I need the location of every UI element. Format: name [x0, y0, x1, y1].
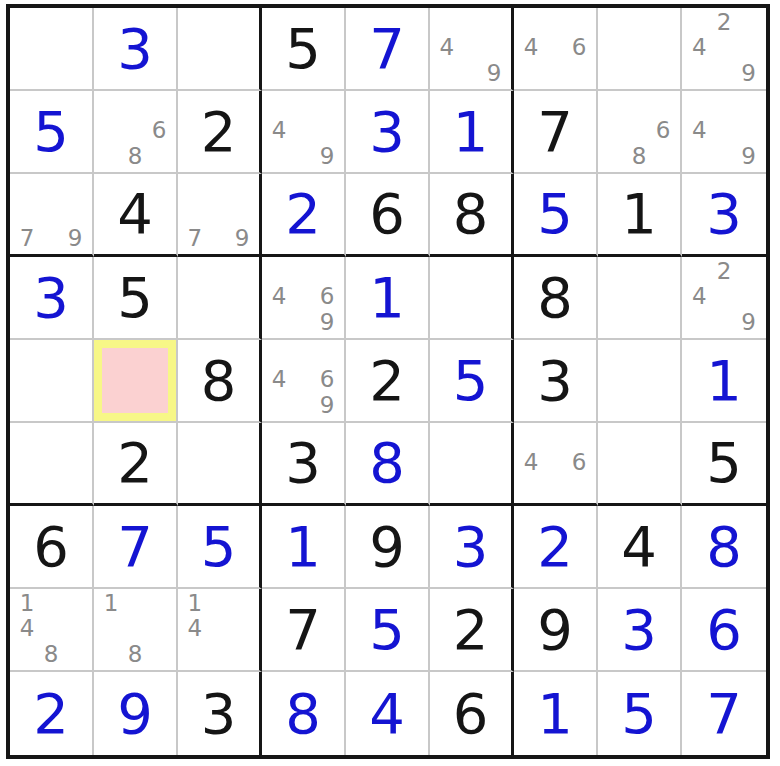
candidate-empty — [39, 201, 63, 226]
cell-r7c4[interactable]: 1 — [262, 506, 346, 589]
cell-r1c5[interactable]: 7 — [346, 8, 430, 91]
cell-r3c6[interactable]: 8 — [430, 174, 514, 257]
candidate-empty — [230, 201, 254, 226]
given-digit: 5 — [285, 21, 321, 77]
given-digit: 5 — [706, 435, 742, 491]
solved-digit: 5 — [621, 686, 657, 742]
candidate-6: 6 — [567, 450, 591, 475]
cell-r5c2[interactable] — [94, 340, 178, 423]
candidate-9: 9 — [736, 144, 761, 169]
candidate-empty — [123, 616, 147, 641]
pencil-marks: 14 — [178, 589, 259, 670]
cell-r6c9[interactable]: 5 — [682, 423, 766, 506]
candidate-empty — [687, 10, 712, 35]
candidate-empty — [291, 118, 315, 143]
candidate-empty — [543, 475, 567, 500]
given-digit: 2 — [117, 435, 153, 491]
solved-digit: 2 — [537, 519, 573, 575]
cell-r7c2[interactable]: 7 — [94, 506, 178, 589]
cell-r7c5[interactable]: 9 — [346, 506, 430, 589]
cell-r7c6[interactable]: 3 — [430, 506, 514, 589]
candidate-empty — [63, 201, 87, 226]
candidate-6: 6 — [567, 35, 591, 60]
cell-r8c7[interactable]: 9 — [514, 589, 598, 672]
candidate-empty — [99, 144, 123, 169]
cell-r6c8[interactable] — [598, 423, 682, 506]
solved-digit: 9 — [117, 686, 153, 742]
candidate-empty — [627, 93, 651, 118]
candidate-empty — [603, 144, 627, 169]
candidate-empty — [207, 591, 231, 616]
cell-r2c4[interactable]: 49 — [262, 91, 346, 174]
candidate-empty — [736, 259, 761, 284]
cell-r9c8[interactable]: 5 — [598, 672, 682, 755]
solved-digit: 8 — [285, 686, 321, 742]
given-digit: 6 — [369, 186, 405, 242]
candidate-empty — [736, 35, 761, 60]
cell-r4c2[interactable]: 5 — [94, 257, 178, 340]
candidate-empty — [39, 616, 63, 641]
pencil-marks: 148 — [10, 589, 92, 670]
candidate-empty — [15, 642, 39, 667]
candidate-empty — [207, 226, 231, 251]
candidate-empty — [267, 259, 291, 284]
candidate-empty — [482, 10, 506, 35]
candidate-empty — [63, 591, 87, 616]
cell-r2c2[interactable]: 68 — [94, 91, 178, 174]
candidate-empty — [567, 10, 591, 35]
cell-r6c4[interactable]: 3 — [262, 423, 346, 506]
candidate-empty — [687, 144, 712, 169]
pencil-marks: 79 — [178, 174, 259, 254]
candidate-empty — [567, 61, 591, 86]
given-digit: 8 — [453, 186, 489, 242]
solved-digit: 7 — [369, 21, 405, 77]
candidate-empty — [315, 118, 339, 143]
cell-r3c4[interactable]: 2 — [262, 174, 346, 257]
candidate-empty — [147, 144, 171, 169]
solved-digit: 3 — [33, 270, 69, 326]
pencil-marks: 18 — [94, 589, 176, 670]
cell-r7c8[interactable]: 4 — [598, 506, 682, 589]
candidate-1: 1 — [183, 591, 207, 616]
candidate-empty — [207, 201, 231, 226]
candidate-empty — [123, 93, 147, 118]
candidate-empty — [183, 201, 207, 226]
cell-r1c2[interactable]: 3 — [94, 8, 178, 91]
pencil-marks: 469 — [262, 257, 344, 338]
candidate-empty — [315, 93, 339, 118]
cell-r2c7[interactable]: 7 — [514, 91, 598, 174]
solved-digit: 6 — [706, 602, 742, 658]
candidate-empty — [712, 144, 737, 169]
given-digit: 2 — [201, 104, 237, 160]
candidate-empty — [519, 425, 543, 450]
cell-r5c7[interactable]: 3 — [514, 340, 598, 423]
cell-r6c7[interactable]: 46 — [514, 423, 598, 506]
cell-r7c3[interactable]: 5 — [178, 506, 262, 589]
cell-r9c7[interactable]: 1 — [514, 672, 598, 755]
candidate-empty — [651, 93, 675, 118]
solved-digit: 1 — [706, 353, 742, 409]
candidate-empty — [267, 93, 291, 118]
cell-r5c6[interactable]: 5 — [430, 340, 514, 423]
candidate-empty — [315, 259, 339, 284]
cell-r6c3[interactable] — [178, 423, 262, 506]
candidate-9: 9 — [315, 144, 339, 169]
candidate-empty — [267, 310, 291, 335]
candidate-9: 9 — [736, 61, 761, 86]
candidate-1: 1 — [99, 591, 123, 616]
cell-r2c5[interactable]: 3 — [346, 91, 430, 174]
cell-r8c1[interactable]: 148 — [10, 589, 94, 672]
candidate-empty — [712, 118, 737, 143]
cell-r4c1[interactable]: 3 — [10, 257, 94, 340]
candidate-empty — [99, 616, 123, 641]
cell-r4c7[interactable]: 8 — [514, 257, 598, 340]
solved-digit: 5 — [453, 353, 489, 409]
given-digit: 7 — [285, 602, 321, 658]
candidate-9: 9 — [482, 61, 506, 86]
given-digit: 6 — [33, 519, 69, 575]
given-digit: 2 — [369, 353, 405, 409]
cell-r5c1[interactable] — [10, 340, 94, 423]
candidate-9: 9 — [315, 393, 339, 418]
pencil-marks: 49 — [430, 8, 511, 89]
candidate-empty — [687, 259, 712, 284]
pencil-marks: 68 — [598, 91, 680, 172]
candidate-empty — [15, 201, 39, 226]
cell-r4c6[interactable] — [430, 257, 514, 340]
given-digit: 3 — [537, 353, 573, 409]
candidate-empty — [435, 10, 459, 35]
cell-r1c9[interactable]: 249 — [682, 8, 766, 91]
candidate-empty — [15, 176, 39, 201]
candidate-empty — [267, 342, 291, 367]
candidate-empty — [543, 10, 567, 35]
solved-digit: 3 — [621, 602, 657, 658]
given-digit: 7 — [537, 104, 573, 160]
given-digit: 4 — [117, 186, 153, 242]
candidate-6: 6 — [315, 367, 339, 392]
cell-r3c1[interactable]: 79 — [10, 174, 94, 257]
solved-digit: 3 — [369, 104, 405, 160]
candidate-empty — [543, 425, 567, 450]
candidate-empty — [63, 616, 87, 641]
candidate-empty — [207, 616, 231, 641]
solved-digit: 7 — [706, 686, 742, 742]
cell-r6c5[interactable]: 8 — [346, 423, 430, 506]
cell-r7c9[interactable]: 8 — [682, 506, 766, 589]
pencil-marks: 469 — [262, 340, 344, 421]
cell-r8c6[interactable]: 2 — [430, 589, 514, 672]
candidate-empty — [651, 144, 675, 169]
candidate-empty — [123, 591, 147, 616]
pencil-marks: 79 — [10, 174, 92, 254]
candidate-2: 2 — [712, 259, 737, 284]
candidate-empty — [459, 61, 483, 86]
given-digit: 9 — [369, 519, 405, 575]
candidate-empty — [291, 367, 315, 392]
candidate-empty — [543, 450, 567, 475]
cell-r9c1[interactable]: 2 — [10, 672, 94, 755]
candidate-4: 4 — [183, 616, 207, 641]
cell-r2c6[interactable]: 1 — [430, 91, 514, 174]
candidate-empty — [543, 35, 567, 60]
cell-r9c5[interactable]: 4 — [346, 672, 430, 755]
candidate-empty — [147, 642, 171, 667]
candidate-empty — [291, 144, 315, 169]
candidate-empty — [519, 475, 543, 500]
cell-r1c6[interactable]: 49 — [430, 8, 514, 91]
cell-r9c3[interactable]: 3 — [178, 672, 262, 755]
cell-r6c6[interactable] — [430, 423, 514, 506]
pencil-marks: 46 — [514, 8, 596, 89]
candidate-empty — [603, 118, 627, 143]
cell-r4c4[interactable]: 469 — [262, 257, 346, 340]
candidate-4: 4 — [267, 367, 291, 392]
cell-r8c5[interactable]: 5 — [346, 589, 430, 672]
candidate-empty — [267, 144, 291, 169]
solved-digit: 8 — [369, 435, 405, 491]
candidate-empty — [291, 284, 315, 309]
candidate-empty — [736, 10, 761, 35]
candidate-6: 6 — [147, 118, 171, 143]
candidate-4: 4 — [267, 284, 291, 309]
cell-r4c8[interactable] — [598, 257, 682, 340]
solved-digit: 5 — [33, 104, 69, 160]
solved-digit: 5 — [537, 186, 573, 242]
cell-r1c3[interactable] — [178, 8, 262, 91]
candidate-empty — [230, 642, 254, 667]
candidate-empty — [712, 61, 737, 86]
sudoku-board: 3574946249568249317684979479268513354691… — [6, 4, 770, 759]
candidate-4: 4 — [687, 284, 712, 309]
candidate-empty — [736, 118, 761, 143]
candidate-empty — [482, 35, 506, 60]
cell-r5c5[interactable]: 2 — [346, 340, 430, 423]
given-digit: 5 — [117, 270, 153, 326]
solved-digit: 4 — [369, 686, 405, 742]
candidate-empty — [603, 93, 627, 118]
cell-r9c2[interactable]: 9 — [94, 672, 178, 755]
candidate-empty — [63, 176, 87, 201]
candidate-9: 9 — [736, 310, 761, 335]
given-digit: 8 — [537, 270, 573, 326]
cell-r2c9[interactable]: 49 — [682, 91, 766, 174]
candidate-empty — [519, 61, 543, 86]
cell-r5c8[interactable] — [598, 340, 682, 423]
candidate-empty — [123, 118, 147, 143]
cell-r3c2[interactable]: 4 — [94, 174, 178, 257]
candidate-empty — [291, 342, 315, 367]
candidate-empty — [230, 616, 254, 641]
cell-r3c5[interactable]: 6 — [346, 174, 430, 257]
cell-r5c4[interactable]: 469 — [262, 340, 346, 423]
candidate-1: 1 — [15, 591, 39, 616]
candidate-empty — [687, 93, 712, 118]
candidate-empty — [63, 642, 87, 667]
candidate-8: 8 — [123, 642, 147, 667]
solved-digit: 1 — [537, 686, 573, 742]
candidate-empty — [712, 93, 737, 118]
candidate-empty — [519, 10, 543, 35]
candidate-empty — [687, 310, 712, 335]
candidate-empty — [147, 591, 171, 616]
cell-r9c4[interactable]: 8 — [262, 672, 346, 755]
candidate-empty — [435, 61, 459, 86]
cell-r1c4[interactable]: 5 — [262, 8, 346, 91]
cell-r4c5[interactable]: 1 — [346, 257, 430, 340]
candidate-empty — [712, 310, 737, 335]
candidate-empty — [627, 118, 651, 143]
candidate-empty — [567, 425, 591, 450]
solved-digit: 3 — [117, 21, 153, 77]
cell-r6c1[interactable] — [10, 423, 94, 506]
cell-r1c1[interactable] — [10, 8, 94, 91]
candidate-empty — [315, 342, 339, 367]
solved-digit: 1 — [285, 519, 321, 575]
solved-digit: 2 — [285, 186, 321, 242]
candidate-6: 6 — [315, 284, 339, 309]
cell-r3c7[interactable]: 5 — [514, 174, 598, 257]
candidate-empty — [99, 642, 123, 667]
pencil-marks: 49 — [682, 91, 766, 172]
cell-r8c3[interactable]: 14 — [178, 589, 262, 672]
cell-r8c8[interactable]: 3 — [598, 589, 682, 672]
solved-digit: 1 — [453, 104, 489, 160]
candidate-empty — [230, 591, 254, 616]
given-digit: 6 — [453, 686, 489, 742]
candidate-empty — [736, 284, 761, 309]
given-digit: 2 — [453, 602, 489, 658]
cell-r3c8[interactable]: 1 — [598, 174, 682, 257]
candidate-4: 4 — [435, 35, 459, 60]
given-digit: 8 — [201, 353, 237, 409]
cell-r7c7[interactable]: 2 — [514, 506, 598, 589]
candidate-empty — [291, 310, 315, 335]
candidate-empty — [291, 259, 315, 284]
cell-r4c9[interactable]: 249 — [682, 257, 766, 340]
candidate-empty — [207, 642, 231, 667]
cell-r1c8[interactable] — [598, 8, 682, 91]
candidate-8: 8 — [39, 642, 63, 667]
candidate-6: 6 — [651, 118, 675, 143]
cell-r2c1[interactable]: 5 — [10, 91, 94, 174]
given-digit: 4 — [621, 519, 657, 575]
pencil-marks: 249 — [682, 257, 766, 338]
cell-r2c8[interactable]: 68 — [598, 91, 682, 174]
candidate-empty — [147, 93, 171, 118]
candidate-empty — [99, 118, 123, 143]
given-digit: 9 — [537, 602, 573, 658]
cell-r8c4[interactable]: 7 — [262, 589, 346, 672]
candidate-empty — [459, 10, 483, 35]
cell-r5c9[interactable]: 1 — [682, 340, 766, 423]
solved-digit: 2 — [33, 686, 69, 742]
cell-r9c6[interactable]: 6 — [430, 672, 514, 755]
candidate-empty — [736, 93, 761, 118]
solved-digit: 3 — [706, 186, 742, 242]
candidate-2: 2 — [712, 10, 737, 35]
candidate-empty — [230, 176, 254, 201]
candidate-empty — [291, 93, 315, 118]
candidate-empty — [291, 393, 315, 418]
solved-digit: 5 — [201, 519, 237, 575]
candidate-empty — [687, 61, 712, 86]
given-digit: 3 — [201, 686, 237, 742]
candidate-8: 8 — [627, 144, 651, 169]
candidate-empty — [183, 642, 207, 667]
solved-digit: 8 — [706, 519, 742, 575]
candidate-7: 7 — [183, 226, 207, 251]
candidate-4: 4 — [267, 118, 291, 143]
cell-r8c9[interactable]: 6 — [682, 589, 766, 672]
cell-r2c3[interactable]: 2 — [178, 91, 262, 174]
candidate-empty — [39, 591, 63, 616]
candidate-empty — [39, 226, 63, 251]
solved-digit: 5 — [369, 602, 405, 658]
candidate-4: 4 — [519, 35, 543, 60]
solved-digit: 1 — [369, 270, 405, 326]
selected-cell-highlight — [94, 340, 176, 421]
candidate-8: 8 — [123, 144, 147, 169]
candidate-empty — [99, 93, 123, 118]
given-digit: 3 — [285, 435, 321, 491]
candidate-empty — [567, 475, 591, 500]
candidate-empty — [147, 616, 171, 641]
cell-r1c7[interactable]: 46 — [514, 8, 598, 91]
candidate-4: 4 — [519, 450, 543, 475]
candidate-empty — [712, 284, 737, 309]
pencil-marks: 49 — [262, 91, 344, 172]
candidate-4: 4 — [687, 118, 712, 143]
cell-r9c9[interactable]: 7 — [682, 672, 766, 755]
candidate-empty — [712, 35, 737, 60]
candidate-4: 4 — [687, 35, 712, 60]
cell-r6c2[interactable]: 2 — [94, 423, 178, 506]
candidate-9: 9 — [230, 226, 254, 251]
cell-r8c2[interactable]: 18 — [94, 589, 178, 672]
solved-digit: 3 — [453, 519, 489, 575]
cell-r7c1[interactable]: 6 — [10, 506, 94, 589]
pencil-marks: 46 — [514, 423, 596, 503]
cell-r3c3[interactable]: 79 — [178, 174, 262, 257]
pencil-marks: 249 — [682, 8, 766, 89]
given-digit: 1 — [621, 186, 657, 242]
candidate-empty — [183, 176, 207, 201]
candidate-empty — [543, 61, 567, 86]
candidate-9: 9 — [63, 226, 87, 251]
candidate-9: 9 — [315, 310, 339, 335]
candidate-empty — [459, 35, 483, 60]
cell-r4c3[interactable] — [178, 257, 262, 340]
candidate-empty — [267, 393, 291, 418]
candidate-7: 7 — [15, 226, 39, 251]
cell-r3c9[interactable]: 3 — [682, 174, 766, 257]
solved-digit: 7 — [117, 519, 153, 575]
candidate-4: 4 — [15, 616, 39, 641]
candidate-empty — [39, 176, 63, 201]
cell-r5c3[interactable]: 8 — [178, 340, 262, 423]
pencil-marks: 68 — [94, 91, 176, 172]
candidate-empty — [207, 176, 231, 201]
